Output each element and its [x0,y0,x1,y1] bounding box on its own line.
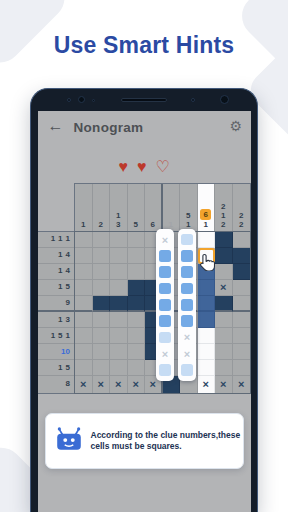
row-clue-4: 15 [38,280,75,296]
phone-sensor-dot [67,98,71,102]
cell-r9c9[interactable] [215,360,233,376]
app-title: Nonogram [74,120,144,135]
hint-cell-r2c7-must-be-square [178,248,196,264]
cell-r5c8[interactable] [198,296,216,312]
cell-r7c9[interactable] [215,328,233,344]
cell-r10c1[interactable]: × [75,376,93,392]
hint-strip-col6: ×× [156,229,174,382]
cell-r7c4[interactable] [128,328,146,344]
phone-screen: ← Nonogram ⚙ ♥♥♡ 1213561516121222 111141… [38,111,252,512]
hint-cell-r1c6-must-be-x: × [156,232,174,248]
row-clue-6: 13 [38,312,75,328]
row-clue-10: 8 [38,376,75,392]
cell-r10c9[interactable]: × [215,376,233,392]
cell-r1c3[interactable] [110,232,128,248]
cell-r3c1[interactable] [75,264,93,280]
cell-r6c1[interactable] [75,312,93,328]
cell-r8c8[interactable] [198,344,216,360]
cell-r8c2[interactable] [93,344,111,360]
hint-strip-col7: ×× [178,229,196,382]
row-clue-2: 14 [38,248,75,264]
app-header: ← Nonogram ⚙ [38,111,252,145]
cell-r2c1[interactable] [75,248,93,264]
hint-cell-r6c7-must-be-square [178,313,196,329]
hint-cell-r5c7-must-be-square [178,297,196,313]
cell-r6c4[interactable] [128,312,146,328]
cell-r9c2[interactable] [93,360,111,376]
hint-cell-r5c6-must-be-square [156,297,174,313]
cell-r3c10[interactable] [233,264,251,280]
row-clue-7: 151 [38,328,75,344]
hint-text-line2: cells must be squares. [91,441,182,451]
lives-hearts: ♥♥♡ [38,157,252,176]
cell-r10c10[interactable]: × [233,376,251,392]
cell-r5c10[interactable] [233,296,251,312]
cell-r7c10[interactable] [233,328,251,344]
phone-sensor-dot [92,99,95,102]
cell-r6c10[interactable] [233,312,251,328]
cell-r4c8[interactable] [198,280,216,296]
cell-r8c10[interactable] [233,344,251,360]
hint-cell-r9c6-pale-square [156,362,174,378]
phone-camera-icon [78,96,85,103]
cell-r2c2[interactable] [93,248,111,264]
row-clue-1: 111 [38,232,75,248]
hint-cell-r3c6-must-be-square [156,264,174,280]
cell-r5c9[interactable] [215,296,233,312]
cell-r3c2[interactable] [93,264,111,280]
col-clue-9: 212 [215,184,233,231]
hint-cell-r4c6-must-be-square [156,280,174,296]
page-title: Use Smart Hints [0,32,288,59]
robot-icon [54,426,84,456]
col-clue-4: 5 [128,184,146,231]
phone-mockup: ← Nonogram ⚙ ♥♥♡ 1213561516121222 111141… [30,88,258,512]
col-clue-2: 2 [93,184,111,231]
column-clues-panel: 1213561516121222 [74,183,251,231]
hint-cell-r4c7-must-be-square [178,280,196,296]
cell-r8c1[interactable] [75,344,93,360]
col-clue-8: 61 [198,184,216,231]
hint-tooltip-text: According to the clue numbers,these cell… [91,430,241,453]
col-clue-3: 13 [110,184,128,231]
col-clue-10: 22 [233,184,251,231]
heart-1-filled: ♥ [119,158,138,175]
cell-r5c4[interactable] [128,296,146,312]
col-clue-1: 1 [75,184,93,231]
cell-r2c4[interactable] [128,248,146,264]
cell-r1c1[interactable] [75,232,93,248]
hint-cell-r1c7-pale-square [178,232,196,248]
cell-r6c3[interactable] [110,312,128,328]
hint-cell-r7c7-must-be-x: × [178,329,196,345]
cell-r10c4[interactable]: × [128,376,146,392]
cell-r8c3[interactable] [110,344,128,360]
cell-r9c8[interactable] [198,360,216,376]
cell-r4c1[interactable] [75,280,93,296]
cell-r4c2[interactable] [93,280,111,296]
col-clue-7: 51 [180,184,198,231]
cell-r6c8[interactable] [198,312,216,328]
cell-r4c4[interactable] [128,280,146,296]
cell-r7c3[interactable] [110,328,128,344]
cell-r7c8[interactable] [198,328,216,344]
cell-r5c1[interactable] [75,296,93,312]
hint-cell-r9c7-pale-square [178,362,196,378]
cell-r1c2[interactable] [93,232,111,248]
cell-r5c3[interactable] [110,296,128,312]
cell-r1c8[interactable] [198,232,216,248]
cell-r10c2[interactable]: × [93,376,111,392]
cell-r8c4[interactable] [128,344,146,360]
hand-cursor-icon [199,253,215,275]
cell-r7c2[interactable] [93,328,111,344]
hint-cell-r2c6-must-be-square [156,248,174,264]
nonogram-board: ××××××××××××× [74,231,251,394]
row-clue-5: 9 [38,296,75,312]
cell-r4c10[interactable] [233,280,251,296]
cell-r10c8[interactable]: × [198,376,216,392]
hint-cell-r6c6-must-be-square [156,313,174,329]
cell-r8c9[interactable] [215,344,233,360]
phone-earpiece [121,98,167,102]
row-clue-9: 15 [38,360,75,376]
cell-r9c3[interactable] [110,360,128,376]
cell-r2c10[interactable] [233,248,251,264]
row-clues-panel: 11114141591315110158 [38,231,75,394]
hint-cell-r8c6-must-be-x: × [156,345,174,361]
cell-r9c1[interactable] [75,360,93,376]
heart-3-empty: ♡ [156,158,179,175]
cell-r2c3[interactable] [110,248,128,264]
cell-r1c9[interactable] [215,232,233,248]
cell-r4c3[interactable] [110,280,128,296]
back-arrow-icon[interactable]: ← [48,117,64,135]
phone-camera-icon [220,95,229,104]
cell-r3c9[interactable] [215,264,233,280]
promo-screenshot: Use Smart Hints ← Nonogram ⚙ ♥♥♡ 1213561… [0,0,288,512]
cell-r2c9[interactable] [215,248,233,264]
hint-cell-r3c7-must-be-square [178,264,196,280]
hint-text-line1: According to the clue numbers,these [91,430,241,440]
cell-r6c9[interactable] [215,312,233,328]
cell-r1c10[interactable] [233,232,251,248]
row-clue-3: 14 [38,264,75,280]
col-clue-5: 6 [145,184,163,231]
cell-r1c4[interactable] [128,232,146,248]
hint-tooltip: According to the clue numbers,these cell… [45,413,245,469]
cell-r4c9[interactable]: × [215,280,233,296]
cell-r7c1[interactable] [75,328,93,344]
settings-gear-icon[interactable]: ⚙ [229,118,242,134]
cell-r3c3[interactable] [110,264,128,280]
col-clue-6: 1 [163,184,181,231]
heart-2-filled: ♥ [137,158,156,175]
hint-cell-r7c6-pale-square [156,329,174,345]
cell-r10c3[interactable]: × [110,376,128,392]
cell-r5c2[interactable] [93,296,111,312]
cell-r9c10[interactable] [233,360,251,376]
row-clue-8: 10 [38,344,75,360]
cell-r9c4[interactable] [128,360,146,376]
cell-r6c2[interactable] [93,312,111,328]
phone-sensor-dot [191,98,195,102]
hint-cell-r8c7-must-be-x: × [178,345,196,361]
cell-r3c4[interactable] [128,264,146,280]
